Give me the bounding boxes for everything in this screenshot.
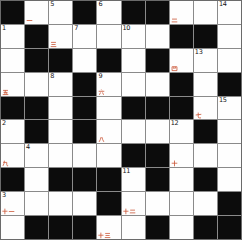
cell-r3c1[interactable] xyxy=(25,73,48,96)
black-cell-r8c9 xyxy=(218,192,241,215)
down-clue-number: 10 xyxy=(123,25,131,32)
black-cell-r2c6 xyxy=(146,49,169,72)
cell-r7c1[interactable] xyxy=(25,168,48,191)
black-cell-r7c6 xyxy=(146,168,169,191)
black-cell-r0c3 xyxy=(73,1,96,24)
down-clue-number: 7 xyxy=(74,25,78,32)
black-cell-r7c0 xyxy=(1,168,24,191)
black-cell-r7c2 xyxy=(49,168,72,191)
cell-r0c7[interactable] xyxy=(170,1,193,24)
down-clue-number: 6 xyxy=(98,1,102,8)
black-cell-r1c8 xyxy=(194,25,217,48)
cell-r0c2[interactable]: 5 xyxy=(49,1,72,24)
black-cell-r5c1 xyxy=(25,120,48,143)
cell-r5c9[interactable] xyxy=(218,120,241,143)
cell-r8c5[interactable] xyxy=(122,192,145,215)
black-cell-r4c5 xyxy=(122,97,145,120)
black-cell-r3c3 xyxy=(73,73,96,96)
black-cell-r4c7 xyxy=(170,97,193,120)
cell-r7c7[interactable] xyxy=(170,168,193,191)
cell-r6c7[interactable] xyxy=(170,144,193,167)
cell-r6c9[interactable] xyxy=(218,144,241,167)
cell-r8c7[interactable] xyxy=(170,192,193,215)
cell-r9c0[interactable] xyxy=(1,216,24,239)
down-clue-number: 9 xyxy=(98,73,102,80)
cell-r8c6[interactable] xyxy=(146,192,169,215)
cell-r2c8[interactable]: 13 xyxy=(194,49,217,72)
black-cell-r4c3 xyxy=(73,97,96,120)
cell-r6c4[interactable] xyxy=(97,144,120,167)
cell-r6c3[interactable] xyxy=(73,144,96,167)
cell-r8c3[interactable] xyxy=(73,192,96,215)
cell-r0c8[interactable] xyxy=(194,1,217,24)
black-cell-r2c4 xyxy=(97,49,120,72)
cell-r0c1[interactable] xyxy=(25,1,48,24)
black-cell-r9c9 xyxy=(218,216,241,239)
cell-r2c9[interactable] xyxy=(218,49,241,72)
cell-r5c6[interactable] xyxy=(146,120,169,143)
cell-r7c5[interactable]: 11 xyxy=(122,168,145,191)
black-cell-r1c7 xyxy=(170,25,193,48)
cell-r5c2[interactable] xyxy=(49,120,72,143)
cell-r2c7[interactable] xyxy=(170,49,193,72)
crossword-board: 561417101389152124113 xyxy=(0,0,242,240)
black-cell-r9c2 xyxy=(49,216,72,239)
down-clue-number: 14 xyxy=(219,1,227,8)
cell-r5c7[interactable]: 12 xyxy=(170,120,193,143)
cell-r3c8[interactable] xyxy=(194,73,217,96)
across-clue-number-icon xyxy=(98,232,111,239)
black-cell-r5c8 xyxy=(194,120,217,143)
across-clue-number-icon xyxy=(98,136,105,143)
cell-r1c5[interactable]: 10 xyxy=(122,25,145,48)
across-clue-number-icon xyxy=(171,17,178,24)
cell-r5c0[interactable]: 2 xyxy=(1,120,24,143)
cell-r5c5[interactable] xyxy=(122,120,145,143)
cell-r8c1[interactable] xyxy=(25,192,48,215)
black-cell-r2c1 xyxy=(25,49,48,72)
black-cell-r7c8 xyxy=(194,168,217,191)
black-cell-r0c0 xyxy=(1,1,24,24)
cell-r9c4[interactable] xyxy=(97,216,120,239)
black-cell-r0c5 xyxy=(122,1,145,24)
black-cell-r9c1 xyxy=(25,216,48,239)
cell-r0c4[interactable]: 6 xyxy=(97,1,120,24)
cell-r6c1[interactable]: 4 xyxy=(25,144,48,167)
across-clue-number-icon xyxy=(2,160,9,167)
black-cell-r4c6 xyxy=(146,97,169,120)
across-clue-number-icon xyxy=(171,65,178,72)
black-cell-r5c3 xyxy=(73,120,96,143)
cell-r7c9[interactable] xyxy=(218,168,241,191)
cell-r3c5[interactable] xyxy=(122,73,145,96)
black-cell-r0c6 xyxy=(146,1,169,24)
across-clue-number-icon xyxy=(123,208,136,215)
black-cell-r7c4 xyxy=(97,168,120,191)
black-cell-r9c3 xyxy=(73,216,96,239)
cell-r6c2[interactable] xyxy=(49,144,72,167)
black-cell-r6c6 xyxy=(146,144,169,167)
black-cell-r4c1 xyxy=(25,97,48,120)
cell-r8c2[interactable] xyxy=(49,192,72,215)
cell-r1c4[interactable] xyxy=(97,25,120,48)
cell-r1c6[interactable] xyxy=(146,25,169,48)
cell-r1c3[interactable]: 7 xyxy=(73,25,96,48)
black-cell-r2c2 xyxy=(49,49,72,72)
down-clue-number: 11 xyxy=(123,168,131,175)
cell-r4c9[interactable]: 15 xyxy=(218,97,241,120)
cell-r1c2[interactable] xyxy=(49,25,72,48)
cell-r3c6[interactable] xyxy=(146,73,169,96)
cell-r2c3[interactable] xyxy=(73,49,96,72)
cell-r6c8[interactable] xyxy=(194,144,217,167)
across-clue-number-icon xyxy=(26,17,33,24)
cell-r8c8[interactable] xyxy=(194,192,217,215)
down-clue-number: 5 xyxy=(50,1,54,8)
black-cell-r9c6 xyxy=(146,216,169,239)
black-cell-r3c7 xyxy=(170,73,193,96)
cell-r1c0[interactable]: 1 xyxy=(1,25,24,48)
down-clue-number: 2 xyxy=(2,120,6,127)
cell-r9c7[interactable] xyxy=(170,216,193,239)
down-clue-number: 3 xyxy=(2,192,6,199)
down-clue-number: 4 xyxy=(26,144,30,151)
down-clue-number: 13 xyxy=(195,49,203,56)
across-clue-number-icon xyxy=(195,112,202,119)
black-cell-r6c5 xyxy=(122,144,145,167)
black-cell-r3c9 xyxy=(218,73,241,96)
black-cell-r9c8 xyxy=(194,216,217,239)
across-clue-number-icon xyxy=(50,41,57,48)
cell-r1c9[interactable] xyxy=(218,25,241,48)
cell-r4c2[interactable] xyxy=(49,97,72,120)
cell-r9c5[interactable] xyxy=(122,216,145,239)
across-clue-number-icon xyxy=(171,160,178,167)
black-cell-r4c0 xyxy=(1,97,24,120)
cell-r2c5[interactable] xyxy=(122,49,145,72)
cell-r5c4[interactable] xyxy=(97,120,120,143)
across-clue-number-icon xyxy=(2,208,15,215)
across-clue-number-icon xyxy=(2,89,9,96)
down-clue-number: 15 xyxy=(219,97,227,104)
down-clue-number: 12 xyxy=(171,120,179,127)
cell-r2c0[interactable] xyxy=(1,49,24,72)
cell-r3c4[interactable]: 9 xyxy=(97,73,120,96)
black-cell-r1c1 xyxy=(25,25,48,48)
cell-r8c0[interactable]: 3 xyxy=(1,192,24,215)
cell-r3c2[interactable]: 8 xyxy=(49,73,72,96)
down-clue-number: 1 xyxy=(2,25,6,32)
cell-r4c4[interactable] xyxy=(97,97,120,120)
across-clue-number-icon xyxy=(98,89,105,96)
cell-r0c9[interactable]: 14 xyxy=(218,1,241,24)
down-clue-number: 8 xyxy=(50,73,54,80)
black-cell-r8c4 xyxy=(97,192,120,215)
cell-r4c8[interactable] xyxy=(194,97,217,120)
cell-r6c0[interactable] xyxy=(1,144,24,167)
cell-r3c0[interactable] xyxy=(1,73,24,96)
black-cell-r7c3 xyxy=(73,168,96,191)
